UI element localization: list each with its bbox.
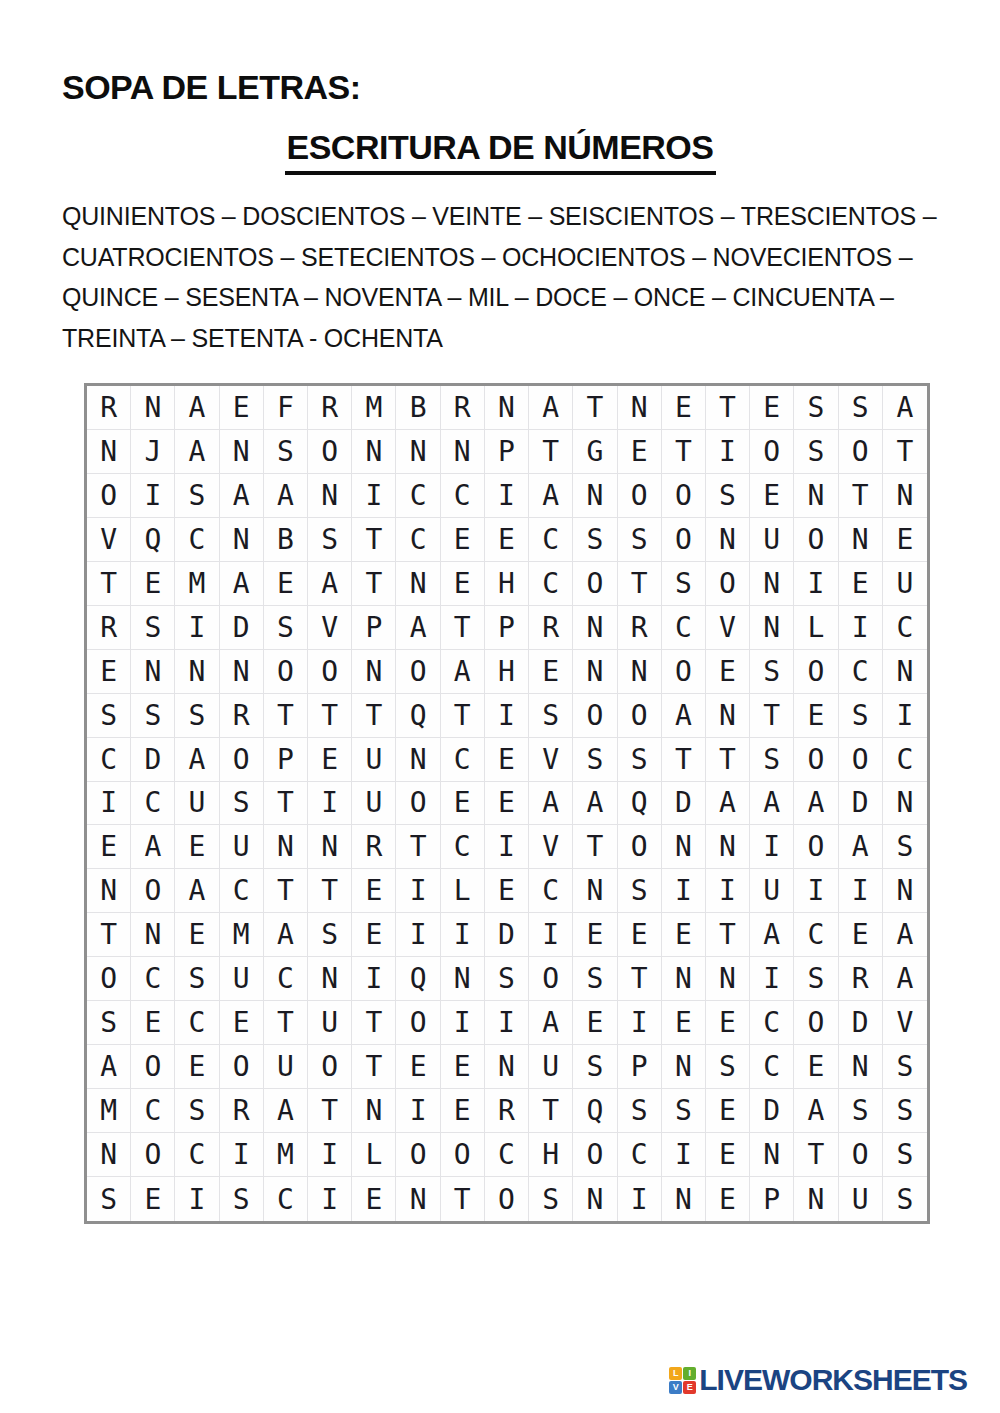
- grid-cell-r5c9[interactable]: E: [441, 562, 485, 606]
- grid-cell-r14c16[interactable]: I: [750, 957, 794, 1001]
- grid-cell-r9c3[interactable]: A: [175, 738, 219, 782]
- grid-cell-r9c16[interactable]: S: [750, 738, 794, 782]
- grid-cell-r18c3[interactable]: C: [175, 1133, 219, 1177]
- grid-cell-r1c4[interactable]: E: [220, 386, 264, 430]
- grid-cell-r14c5[interactable]: C: [264, 957, 308, 1001]
- grid-cell-r4c11[interactable]: C: [529, 518, 573, 562]
- grid-cell-r8c19[interactable]: I: [883, 694, 927, 738]
- grid-cell-r1c11[interactable]: A: [529, 386, 573, 430]
- grid-cell-r7c14[interactable]: O: [662, 650, 706, 694]
- grid-cell-r14c14[interactable]: N: [662, 957, 706, 1001]
- grid-cell-r16c18[interactable]: N: [839, 1045, 883, 1089]
- grid-cell-r19c10[interactable]: O: [485, 1177, 529, 1221]
- grid-cell-r12c18[interactable]: I: [839, 869, 883, 913]
- grid-cell-r7c19[interactable]: N: [883, 650, 927, 694]
- grid-cell-r3c10[interactable]: I: [485, 474, 529, 518]
- grid-cell-r7c6[interactable]: O: [308, 650, 352, 694]
- grid-cell-r6c6[interactable]: V: [308, 606, 352, 650]
- grid-cell-r15c4[interactable]: E: [220, 1001, 264, 1045]
- grid-cell-r8c17[interactable]: E: [794, 694, 838, 738]
- grid-cell-r18c8[interactable]: O: [396, 1133, 440, 1177]
- grid-cell-r7c12[interactable]: N: [573, 650, 617, 694]
- grid-cell-r12c10[interactable]: E: [485, 869, 529, 913]
- grid-cell-r5c5[interactable]: E: [264, 562, 308, 606]
- grid-cell-r14c3[interactable]: S: [175, 957, 219, 1001]
- grid-cell-r11c13[interactable]: O: [618, 825, 662, 869]
- grid-cell-r13c14[interactable]: E: [662, 913, 706, 957]
- grid-cell-r14c8[interactable]: Q: [396, 957, 440, 1001]
- grid-cell-r17c1[interactable]: M: [87, 1089, 131, 1133]
- grid-cell-r10c14[interactable]: D: [662, 782, 706, 826]
- grid-cell-r16c3[interactable]: E: [175, 1045, 219, 1089]
- grid-cell-r10c18[interactable]: D: [839, 782, 883, 826]
- grid-cell-r11c3[interactable]: E: [175, 825, 219, 869]
- grid-cell-r18c12[interactable]: O: [573, 1133, 617, 1177]
- grid-cell-r2c11[interactable]: T: [529, 430, 573, 474]
- grid-cell-r13c2[interactable]: N: [131, 913, 175, 957]
- grid-cell-r13c3[interactable]: E: [175, 913, 219, 957]
- grid-cell-r18c5[interactable]: M: [264, 1133, 308, 1177]
- grid-cell-r5c16[interactable]: N: [750, 562, 794, 606]
- grid-cell-r7c8[interactable]: O: [396, 650, 440, 694]
- grid-cell-r9c7[interactable]: U: [352, 738, 396, 782]
- grid-cell-r11c17[interactable]: O: [794, 825, 838, 869]
- grid-cell-r8c5[interactable]: T: [264, 694, 308, 738]
- grid-cell-r5c11[interactable]: C: [529, 562, 573, 606]
- grid-cell-r5c15[interactable]: O: [706, 562, 750, 606]
- grid-cell-r11c16[interactable]: I: [750, 825, 794, 869]
- grid-cell-r6c9[interactable]: T: [441, 606, 485, 650]
- grid-cell-r16c2[interactable]: O: [131, 1045, 175, 1089]
- grid-cell-r5c3[interactable]: M: [175, 562, 219, 606]
- grid-cell-r18c9[interactable]: O: [441, 1133, 485, 1177]
- grid-cell-r16c17[interactable]: E: [794, 1045, 838, 1089]
- grid-cell-r14c13[interactable]: T: [618, 957, 662, 1001]
- grid-cell-r4c5[interactable]: B: [264, 518, 308, 562]
- grid-cell-r12c4[interactable]: C: [220, 869, 264, 913]
- grid-cell-r12c7[interactable]: E: [352, 869, 396, 913]
- grid-cell-r14c12[interactable]: S: [573, 957, 617, 1001]
- grid-cell-r8c15[interactable]: N: [706, 694, 750, 738]
- grid-cell-r14c4[interactable]: U: [220, 957, 264, 1001]
- grid-cell-r18c16[interactable]: N: [750, 1133, 794, 1177]
- grid-cell-r2c14[interactable]: T: [662, 430, 706, 474]
- grid-cell-r1c18[interactable]: S: [839, 386, 883, 430]
- grid-cell-r1c17[interactable]: S: [794, 386, 838, 430]
- grid-cell-r15c3[interactable]: C: [175, 1001, 219, 1045]
- grid-cell-r8c16[interactable]: T: [750, 694, 794, 738]
- grid-cell-r12c11[interactable]: C: [529, 869, 573, 913]
- grid-cell-r17c9[interactable]: E: [441, 1089, 485, 1133]
- grid-cell-r19c8[interactable]: N: [396, 1177, 440, 1221]
- grid-cell-r3c9[interactable]: C: [441, 474, 485, 518]
- grid-cell-r10c17[interactable]: A: [794, 782, 838, 826]
- grid-cell-r6c18[interactable]: I: [839, 606, 883, 650]
- grid-cell-r10c4[interactable]: S: [220, 782, 264, 826]
- grid-cell-r5c14[interactable]: S: [662, 562, 706, 606]
- grid-cell-r4c19[interactable]: E: [883, 518, 927, 562]
- grid-cell-r9c4[interactable]: O: [220, 738, 264, 782]
- grid-cell-r1c8[interactable]: B: [396, 386, 440, 430]
- grid-cell-r19c3[interactable]: I: [175, 1177, 219, 1221]
- grid-cell-r6c12[interactable]: N: [573, 606, 617, 650]
- grid-cell-r10c19[interactable]: N: [883, 782, 927, 826]
- grid-cell-r4c8[interactable]: C: [396, 518, 440, 562]
- grid-cell-r11c12[interactable]: T: [573, 825, 617, 869]
- grid-cell-r17c6[interactable]: T: [308, 1089, 352, 1133]
- grid-cell-r18c2[interactable]: O: [131, 1133, 175, 1177]
- grid-cell-r6c2[interactable]: S: [131, 606, 175, 650]
- grid-cell-r7c1[interactable]: E: [87, 650, 131, 694]
- grid-cell-r19c7[interactable]: E: [352, 1177, 396, 1221]
- grid-cell-r11c1[interactable]: E: [87, 825, 131, 869]
- grid-cell-r3c6[interactable]: N: [308, 474, 352, 518]
- grid-cell-r9c6[interactable]: E: [308, 738, 352, 782]
- grid-cell-r10c3[interactable]: U: [175, 782, 219, 826]
- grid-cell-r9c5[interactable]: P: [264, 738, 308, 782]
- grid-cell-r19c12[interactable]: N: [573, 1177, 617, 1221]
- grid-cell-r19c4[interactable]: S: [220, 1177, 264, 1221]
- grid-cell-r5c12[interactable]: O: [573, 562, 617, 606]
- grid-cell-r14c1[interactable]: O: [87, 957, 131, 1001]
- grid-cell-r4c17[interactable]: O: [794, 518, 838, 562]
- grid-cell-r18c6[interactable]: I: [308, 1133, 352, 1177]
- grid-cell-r8c8[interactable]: Q: [396, 694, 440, 738]
- grid-cell-r5c18[interactable]: E: [839, 562, 883, 606]
- grid-cell-r8c1[interactable]: S: [87, 694, 131, 738]
- grid-cell-r5c17[interactable]: I: [794, 562, 838, 606]
- grid-cell-r16c14[interactable]: N: [662, 1045, 706, 1089]
- grid-cell-r18c11[interactable]: H: [529, 1133, 573, 1177]
- grid-cell-r3c3[interactable]: S: [175, 474, 219, 518]
- grid-cell-r7c16[interactable]: S: [750, 650, 794, 694]
- grid-cell-r6c14[interactable]: C: [662, 606, 706, 650]
- grid-cell-r13c5[interactable]: A: [264, 913, 308, 957]
- grid-cell-r1c19[interactable]: A: [883, 386, 927, 430]
- grid-cell-r8c6[interactable]: T: [308, 694, 352, 738]
- grid-cell-r7c15[interactable]: E: [706, 650, 750, 694]
- grid-cell-r5c4[interactable]: A: [220, 562, 264, 606]
- grid-cell-r4c7[interactable]: T: [352, 518, 396, 562]
- grid-cell-r13c12[interactable]: E: [573, 913, 617, 957]
- grid-cell-r17c2[interactable]: C: [131, 1089, 175, 1133]
- grid-cell-r19c2[interactable]: E: [131, 1177, 175, 1221]
- grid-cell-r12c12[interactable]: N: [573, 869, 617, 913]
- grid-cell-r11c6[interactable]: N: [308, 825, 352, 869]
- grid-cell-r13c8[interactable]: I: [396, 913, 440, 957]
- grid-cell-r5c6[interactable]: A: [308, 562, 352, 606]
- grid-cell-r12c13[interactable]: S: [618, 869, 662, 913]
- grid-cell-r10c15[interactable]: A: [706, 782, 750, 826]
- grid-cell-r16c10[interactable]: N: [485, 1045, 529, 1089]
- grid-cell-r8c2[interactable]: S: [131, 694, 175, 738]
- grid-cell-r12c14[interactable]: I: [662, 869, 706, 913]
- grid-cell-r5c10[interactable]: H: [485, 562, 529, 606]
- grid-cell-r11c19[interactable]: S: [883, 825, 927, 869]
- grid-cell-r4c10[interactable]: E: [485, 518, 529, 562]
- grid-cell-r13c17[interactable]: C: [794, 913, 838, 957]
- grid-cell-r16c11[interactable]: U: [529, 1045, 573, 1089]
- grid-cell-r12c2[interactable]: O: [131, 869, 175, 913]
- grid-cell-r11c7[interactable]: R: [352, 825, 396, 869]
- grid-cell-r3c18[interactable]: T: [839, 474, 883, 518]
- grid-cell-r12c16[interactable]: U: [750, 869, 794, 913]
- grid-cell-r5c19[interactable]: U: [883, 562, 927, 606]
- grid-cell-r19c1[interactable]: S: [87, 1177, 131, 1221]
- grid-cell-r19c17[interactable]: N: [794, 1177, 838, 1221]
- grid-cell-r13c1[interactable]: T: [87, 913, 131, 957]
- grid-cell-r6c4[interactable]: D: [220, 606, 264, 650]
- grid-cell-r18c7[interactable]: L: [352, 1133, 396, 1177]
- grid-cell-r10c6[interactable]: I: [308, 782, 352, 826]
- grid-cell-r10c9[interactable]: E: [441, 782, 485, 826]
- grid-cell-r5c8[interactable]: N: [396, 562, 440, 606]
- grid-cell-r13c15[interactable]: T: [706, 913, 750, 957]
- grid-cell-r2c16[interactable]: O: [750, 430, 794, 474]
- grid-cell-r17c3[interactable]: S: [175, 1089, 219, 1133]
- grid-cell-r3c8[interactable]: C: [396, 474, 440, 518]
- grid-cell-r14c19[interactable]: A: [883, 957, 927, 1001]
- grid-cell-r6c8[interactable]: A: [396, 606, 440, 650]
- grid-cell-r19c19[interactable]: S: [883, 1177, 927, 1221]
- grid-cell-r7c4[interactable]: N: [220, 650, 264, 694]
- grid-cell-r17c18[interactable]: S: [839, 1089, 883, 1133]
- grid-cell-r11c4[interactable]: U: [220, 825, 264, 869]
- grid-cell-r2c17[interactable]: S: [794, 430, 838, 474]
- grid-cell-r19c18[interactable]: U: [839, 1177, 883, 1221]
- grid-cell-r15c9[interactable]: I: [441, 1001, 485, 1045]
- grid-cell-r8c13[interactable]: O: [618, 694, 662, 738]
- grid-cell-r3c11[interactable]: A: [529, 474, 573, 518]
- grid-cell-r2c15[interactable]: I: [706, 430, 750, 474]
- grid-cell-r6c7[interactable]: P: [352, 606, 396, 650]
- grid-cell-r17c10[interactable]: R: [485, 1089, 529, 1133]
- grid-cell-r17c8[interactable]: I: [396, 1089, 440, 1133]
- grid-cell-r18c4[interactable]: I: [220, 1133, 264, 1177]
- grid-cell-r19c9[interactable]: T: [441, 1177, 485, 1221]
- grid-cell-r10c1[interactable]: I: [87, 782, 131, 826]
- grid-cell-r14c6[interactable]: N: [308, 957, 352, 1001]
- grid-cell-r2c18[interactable]: O: [839, 430, 883, 474]
- grid-cell-r6c16[interactable]: N: [750, 606, 794, 650]
- grid-cell-r2c8[interactable]: N: [396, 430, 440, 474]
- grid-cell-r13c18[interactable]: E: [839, 913, 883, 957]
- grid-cell-r8c10[interactable]: I: [485, 694, 529, 738]
- grid-cell-r19c15[interactable]: E: [706, 1177, 750, 1221]
- grid-cell-r8c3[interactable]: S: [175, 694, 219, 738]
- grid-cell-r6c19[interactable]: C: [883, 606, 927, 650]
- grid-cell-r11c5[interactable]: N: [264, 825, 308, 869]
- grid-cell-r1c12[interactable]: T: [573, 386, 617, 430]
- grid-cell-r13c10[interactable]: D: [485, 913, 529, 957]
- grid-cell-r10c13[interactable]: Q: [618, 782, 662, 826]
- grid-cell-r9c11[interactable]: V: [529, 738, 573, 782]
- grid-cell-r8c7[interactable]: T: [352, 694, 396, 738]
- grid-cell-r1c14[interactable]: E: [662, 386, 706, 430]
- grid-cell-r2c6[interactable]: O: [308, 430, 352, 474]
- grid-cell-r5c7[interactable]: T: [352, 562, 396, 606]
- grid-cell-r9c17[interactable]: O: [794, 738, 838, 782]
- grid-cell-r17c11[interactable]: T: [529, 1089, 573, 1133]
- grid-cell-r4c12[interactable]: S: [573, 518, 617, 562]
- grid-cell-r1c7[interactable]: M: [352, 386, 396, 430]
- grid-cell-r1c3[interactable]: A: [175, 386, 219, 430]
- grid-cell-r15c12[interactable]: E: [573, 1001, 617, 1045]
- grid-cell-r12c3[interactable]: A: [175, 869, 219, 913]
- grid-cell-r1c2[interactable]: N: [131, 386, 175, 430]
- grid-cell-r9c12[interactable]: S: [573, 738, 617, 782]
- grid-cell-r10c2[interactable]: C: [131, 782, 175, 826]
- grid-cell-r7c13[interactable]: N: [618, 650, 662, 694]
- grid-cell-r14c2[interactable]: C: [131, 957, 175, 1001]
- grid-cell-r18c10[interactable]: C: [485, 1133, 529, 1177]
- grid-cell-r10c11[interactable]: A: [529, 782, 573, 826]
- grid-cell-r19c6[interactable]: I: [308, 1177, 352, 1221]
- grid-cell-r6c17[interactable]: L: [794, 606, 838, 650]
- grid-cell-r13c7[interactable]: E: [352, 913, 396, 957]
- grid-cell-r17c4[interactable]: R: [220, 1089, 264, 1133]
- grid-cell-r14c17[interactable]: S: [794, 957, 838, 1001]
- grid-cell-r16c13[interactable]: P: [618, 1045, 662, 1089]
- grid-cell-r16c1[interactable]: A: [87, 1045, 131, 1089]
- grid-cell-r18c15[interactable]: E: [706, 1133, 750, 1177]
- grid-cell-r18c14[interactable]: I: [662, 1133, 706, 1177]
- grid-cell-r6c1[interactable]: R: [87, 606, 131, 650]
- grid-cell-r6c15[interactable]: V: [706, 606, 750, 650]
- grid-cell-r14c18[interactable]: R: [839, 957, 883, 1001]
- grid-cell-r14c7[interactable]: I: [352, 957, 396, 1001]
- grid-cell-r15c16[interactable]: C: [750, 1001, 794, 1045]
- grid-cell-r10c16[interactable]: A: [750, 782, 794, 826]
- grid-cell-r19c11[interactable]: S: [529, 1177, 573, 1221]
- grid-cell-r6c5[interactable]: S: [264, 606, 308, 650]
- grid-cell-r15c19[interactable]: V: [883, 1001, 927, 1045]
- grid-cell-r9c10[interactable]: E: [485, 738, 529, 782]
- grid-cell-r17c16[interactable]: D: [750, 1089, 794, 1133]
- grid-cell-r7c5[interactable]: O: [264, 650, 308, 694]
- grid-cell-r14c11[interactable]: O: [529, 957, 573, 1001]
- grid-cell-r17c5[interactable]: A: [264, 1089, 308, 1133]
- grid-cell-r19c5[interactable]: C: [264, 1177, 308, 1221]
- grid-cell-r17c15[interactable]: E: [706, 1089, 750, 1133]
- grid-cell-r17c13[interactable]: S: [618, 1089, 662, 1133]
- grid-cell-r3c2[interactable]: I: [131, 474, 175, 518]
- grid-cell-r12c6[interactable]: T: [308, 869, 352, 913]
- grid-cell-r16c7[interactable]: T: [352, 1045, 396, 1089]
- grid-cell-r1c9[interactable]: R: [441, 386, 485, 430]
- grid-cell-r8c12[interactable]: O: [573, 694, 617, 738]
- grid-cell-r15c1[interactable]: S: [87, 1001, 131, 1045]
- grid-cell-r4c15[interactable]: N: [706, 518, 750, 562]
- grid-cell-r13c13[interactable]: E: [618, 913, 662, 957]
- grid-cell-r18c19[interactable]: S: [883, 1133, 927, 1177]
- grid-cell-r2c19[interactable]: T: [883, 430, 927, 474]
- grid-cell-r6c13[interactable]: R: [618, 606, 662, 650]
- grid-cell-r15c2[interactable]: E: [131, 1001, 175, 1045]
- grid-cell-r18c1[interactable]: N: [87, 1133, 131, 1177]
- grid-cell-r2c4[interactable]: N: [220, 430, 264, 474]
- grid-cell-r10c5[interactable]: T: [264, 782, 308, 826]
- grid-cell-r13c4[interactable]: M: [220, 913, 264, 957]
- grid-cell-r18c17[interactable]: T: [794, 1133, 838, 1177]
- grid-cell-r18c18[interactable]: O: [839, 1133, 883, 1177]
- grid-cell-r4c14[interactable]: O: [662, 518, 706, 562]
- grid-cell-r11c8[interactable]: T: [396, 825, 440, 869]
- grid-cell-r9c8[interactable]: N: [396, 738, 440, 782]
- grid-cell-r6c3[interactable]: I: [175, 606, 219, 650]
- grid-cell-r17c7[interactable]: N: [352, 1089, 396, 1133]
- grid-cell-r3c12[interactable]: N: [573, 474, 617, 518]
- grid-cell-r15c5[interactable]: T: [264, 1001, 308, 1045]
- grid-cell-r12c19[interactable]: N: [883, 869, 927, 913]
- grid-cell-r3c13[interactable]: O: [618, 474, 662, 518]
- grid-cell-r15c13[interactable]: I: [618, 1001, 662, 1045]
- grid-cell-r9c18[interactable]: O: [839, 738, 883, 782]
- grid-cell-r12c8[interactable]: I: [396, 869, 440, 913]
- grid-cell-r4c3[interactable]: C: [175, 518, 219, 562]
- grid-cell-r12c17[interactable]: I: [794, 869, 838, 913]
- grid-cell-r2c10[interactable]: P: [485, 430, 529, 474]
- grid-cell-r19c13[interactable]: I: [618, 1177, 662, 1221]
- grid-cell-r17c19[interactable]: S: [883, 1089, 927, 1133]
- grid-cell-r5c2[interactable]: E: [131, 562, 175, 606]
- grid-cell-r11c18[interactable]: A: [839, 825, 883, 869]
- grid-cell-r16c12[interactable]: S: [573, 1045, 617, 1089]
- grid-cell-r5c13[interactable]: T: [618, 562, 662, 606]
- grid-cell-r2c7[interactable]: N: [352, 430, 396, 474]
- grid-cell-r1c13[interactable]: N: [618, 386, 662, 430]
- grid-cell-r1c1[interactable]: R: [87, 386, 131, 430]
- grid-cell-r7c7[interactable]: N: [352, 650, 396, 694]
- grid-cell-r9c1[interactable]: C: [87, 738, 131, 782]
- grid-cell-r3c19[interactable]: N: [883, 474, 927, 518]
- grid-cell-r14c9[interactable]: N: [441, 957, 485, 1001]
- grid-cell-r6c11[interactable]: R: [529, 606, 573, 650]
- grid-cell-r11c11[interactable]: V: [529, 825, 573, 869]
- grid-cell-r13c16[interactable]: A: [750, 913, 794, 957]
- grid-cell-r8c18[interactable]: S: [839, 694, 883, 738]
- grid-cell-r10c8[interactable]: O: [396, 782, 440, 826]
- grid-cell-r4c9[interactable]: E: [441, 518, 485, 562]
- grid-cell-r8c14[interactable]: A: [662, 694, 706, 738]
- grid-cell-r4c1[interactable]: V: [87, 518, 131, 562]
- grid-cell-r13c11[interactable]: I: [529, 913, 573, 957]
- grid-cell-r7c10[interactable]: H: [485, 650, 529, 694]
- grid-cell-r19c14[interactable]: N: [662, 1177, 706, 1221]
- grid-cell-r2c13[interactable]: E: [618, 430, 662, 474]
- grid-cell-r15c17[interactable]: O: [794, 1001, 838, 1045]
- grid-cell-r8c4[interactable]: R: [220, 694, 264, 738]
- grid-cell-r7c9[interactable]: A: [441, 650, 485, 694]
- grid-cell-r16c6[interactable]: O: [308, 1045, 352, 1089]
- grid-cell-r12c9[interactable]: L: [441, 869, 485, 913]
- grid-cell-r3c14[interactable]: O: [662, 474, 706, 518]
- grid-cell-r12c5[interactable]: T: [264, 869, 308, 913]
- grid-cell-r2c9[interactable]: N: [441, 430, 485, 474]
- grid-cell-r9c19[interactable]: C: [883, 738, 927, 782]
- grid-cell-r3c16[interactable]: E: [750, 474, 794, 518]
- grid-cell-r13c9[interactable]: I: [441, 913, 485, 957]
- grid-cell-r4c6[interactable]: S: [308, 518, 352, 562]
- grid-cell-r15c10[interactable]: I: [485, 1001, 529, 1045]
- grid-cell-r15c7[interactable]: T: [352, 1001, 396, 1045]
- grid-cell-r2c2[interactable]: J: [131, 430, 175, 474]
- grid-cell-r8c9[interactable]: T: [441, 694, 485, 738]
- grid-cell-r15c14[interactable]: E: [662, 1001, 706, 1045]
- grid-cell-r7c11[interactable]: E: [529, 650, 573, 694]
- grid-cell-r9c14[interactable]: T: [662, 738, 706, 782]
- grid-cell-r3c5[interactable]: A: [264, 474, 308, 518]
